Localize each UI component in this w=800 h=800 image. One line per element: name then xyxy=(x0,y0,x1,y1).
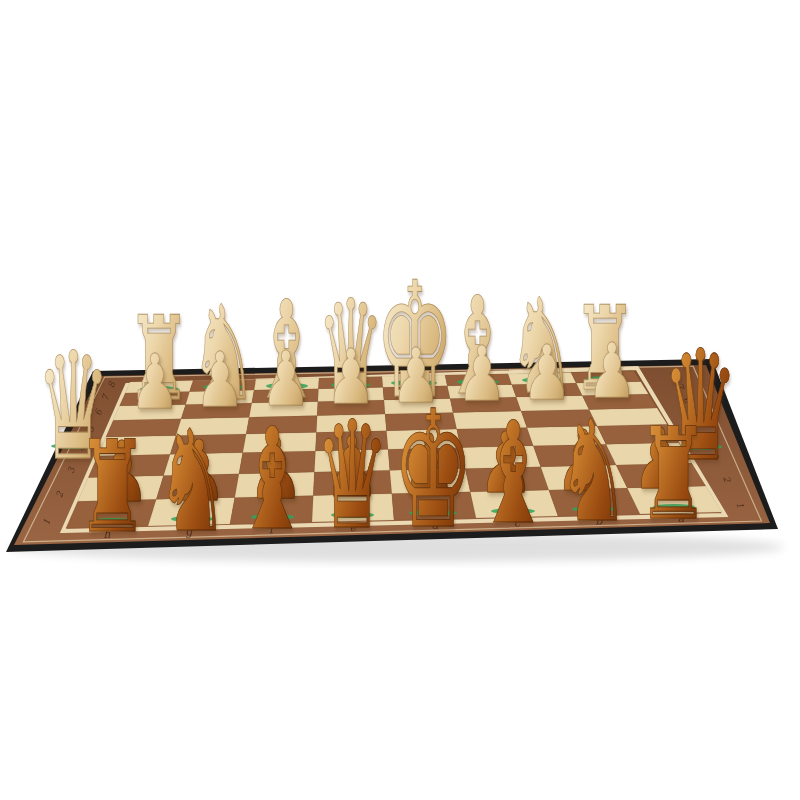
light-piece-felt-base xyxy=(522,377,562,383)
pawn-glyph: ♟ xyxy=(323,340,379,416)
bishop-glyph: ♝ xyxy=(471,404,555,545)
knight-glyph: ♞ xyxy=(152,412,233,553)
pawn-glyph: ♟ xyxy=(552,420,614,504)
pawn-glyph: ♟ xyxy=(453,337,509,413)
spare-light-queen: ♛ xyxy=(0,333,147,482)
dark-piece-felt-base xyxy=(567,480,599,486)
light-pawn-d7: ♟ xyxy=(378,339,454,415)
light-piece-felt-base xyxy=(467,391,496,397)
dark-pawn-e2: ♟ xyxy=(310,426,394,510)
light-pawn-e7: ♟ xyxy=(313,340,389,416)
light-piece-felt-base xyxy=(51,443,94,449)
light-piece-felt-base xyxy=(140,386,179,392)
light-pawn-g7: ♟ xyxy=(182,343,258,419)
dark-piece-felt-base xyxy=(409,510,456,516)
light-piece-felt-base xyxy=(141,398,170,404)
dark-pawn-g2: ♟ xyxy=(157,430,241,514)
pawn-glyph: ♟ xyxy=(258,342,314,418)
knight-glyph: ♞ xyxy=(553,402,634,543)
dark-piece-felt-base xyxy=(644,478,676,484)
chess-set-product-photo: hgfedcba1122334455667788 ♜♞♝♚♛♝♞♜♟♟♟♟♟♟♟… xyxy=(0,0,800,800)
dark-pawn-d2: ♟ xyxy=(387,424,471,508)
dark-piece-felt-base xyxy=(182,490,214,496)
rook-glyph: ♜ xyxy=(633,411,714,538)
dark-piece-felt-base xyxy=(259,488,291,494)
light-piece-felt-base xyxy=(457,379,499,385)
dark-piece-felt-base xyxy=(572,506,614,512)
light-pawn-b7: ♟ xyxy=(509,336,585,412)
pawn-glyph: ♟ xyxy=(321,426,383,510)
pawn-glyph: ♟ xyxy=(192,343,248,419)
dark-knight-g1: ♞ xyxy=(122,412,263,553)
light-pawn-a7: ♟ xyxy=(574,334,650,410)
spare-dark-queen: ♛ xyxy=(624,330,777,483)
dark-piece-felt-base xyxy=(91,518,133,524)
light-piece-felt-base xyxy=(586,376,625,382)
light-piece-felt-base xyxy=(331,382,370,388)
dark-piece-felt-base xyxy=(105,492,137,498)
light-piece-felt-base xyxy=(271,395,300,401)
dark-piece-felt-base xyxy=(491,508,535,514)
dark-piece-felt-base xyxy=(171,516,213,522)
dark-knight-b1: ♞ xyxy=(523,402,664,543)
pieces-layer: ♜♞♝♚♛♝♞♜♟♟♟♟♟♟♟♟♟♟♟♟♟♟♟♟♜♞♝♚♛♝♞♜♛♛ xyxy=(0,0,800,800)
dark-piece-felt-base xyxy=(653,504,695,510)
dark-pawn-b2: ♟ xyxy=(541,420,625,504)
bishop-glyph: ♝ xyxy=(230,410,314,551)
pawn-glyph: ♟ xyxy=(584,334,640,410)
light-piece-felt-base xyxy=(336,394,365,400)
pawn-glyph: ♟ xyxy=(398,424,460,508)
dark-piece-felt-base xyxy=(413,484,445,490)
light-pawn-h7: ♟ xyxy=(117,345,193,421)
light-piece-felt-base xyxy=(532,390,561,396)
queen-glyph: ♛ xyxy=(31,333,114,482)
queen-glyph: ♛ xyxy=(657,330,743,483)
dark-bishop-c1: ♝ xyxy=(443,404,584,545)
pawn-glyph: ♟ xyxy=(127,345,183,421)
dark-pawn-f2: ♟ xyxy=(234,428,318,512)
dark-pawn-a2: ♟ xyxy=(618,418,702,502)
dark-piece-felt-base xyxy=(678,444,723,450)
dark-piece-felt-base xyxy=(331,512,374,518)
light-piece-felt-base xyxy=(391,380,437,386)
dark-piece-felt-base xyxy=(251,514,295,520)
pawn-glyph: ♟ xyxy=(90,431,152,515)
light-piece-felt-base xyxy=(597,388,626,394)
pawn-glyph: ♟ xyxy=(629,418,691,502)
light-pawn-c7: ♟ xyxy=(444,337,520,413)
pawn-glyph: ♟ xyxy=(475,422,537,506)
dark-king-d1: ♚ xyxy=(352,389,514,551)
pawn-glyph: ♟ xyxy=(244,428,306,512)
dark-bishop-f1: ♝ xyxy=(202,410,343,551)
dark-pawn-c2: ♟ xyxy=(464,422,548,506)
light-piece-felt-base xyxy=(266,383,308,389)
pawn-glyph: ♟ xyxy=(388,339,444,415)
dark-queen-e1: ♛ xyxy=(278,402,427,551)
light-pawn-f7: ♟ xyxy=(248,342,324,418)
pawn-glyph: ♟ xyxy=(519,336,575,412)
queen-glyph: ♛ xyxy=(311,402,394,551)
light-piece-felt-base xyxy=(203,384,243,390)
light-piece-felt-base xyxy=(402,392,431,398)
dark-piece-felt-base xyxy=(490,482,522,488)
light-piece-felt-base xyxy=(206,397,235,403)
dark-rook-a1: ♜ xyxy=(610,411,737,538)
king-glyph: ♚ xyxy=(388,389,479,551)
pawn-glyph: ♟ xyxy=(167,430,229,514)
dark-piece-felt-base xyxy=(336,486,368,492)
